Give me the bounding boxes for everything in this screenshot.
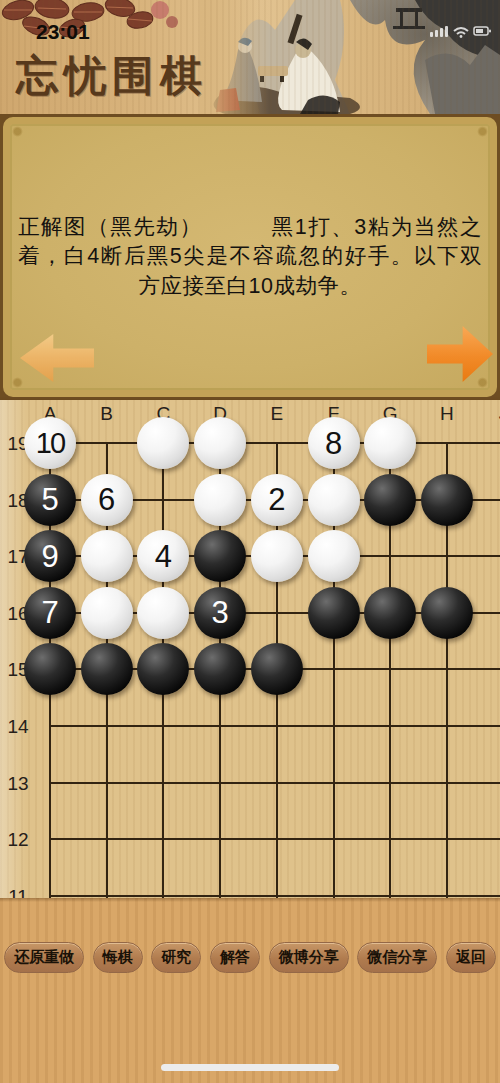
go-board[interactable]: ABCDEFGHJ1918171615141312111085629473 (0, 400, 500, 898)
stone-black-F16[interactable] (308, 587, 360, 639)
status-time: 23:01 (36, 20, 90, 44)
grid-line-horizontal (49, 895, 500, 897)
stone-move-number: 2 (268, 484, 285, 515)
toolbar: 还原重做悔棋研究解答微博分享微信分享返回 (0, 898, 500, 1083)
stone-white-B18[interactable]: 6 (81, 474, 133, 526)
stone-white-C19[interactable] (137, 417, 189, 469)
answer-button[interactable]: 解答 (210, 942, 260, 973)
board-column-label: H (432, 403, 462, 425)
solution-panel: 正解图（黑先劫） 黑1打、3粘为当然之着，白4断后黑5尖是不容疏忽的好手。以下双… (3, 117, 497, 397)
stone-white-F17[interactable] (308, 530, 360, 582)
board-row-label: 12 (0, 829, 36, 851)
board-row-label: 11 (0, 886, 36, 898)
panel-corner-ornament (477, 126, 488, 137)
next-arrow-icon[interactable] (427, 326, 493, 382)
stone-white-C17[interactable]: 4 (137, 530, 189, 582)
undo-button[interactable]: 悔棋 (93, 942, 143, 973)
stone-black-H16[interactable] (421, 587, 473, 639)
reset-redo-button[interactable]: 还原重做 (4, 942, 84, 973)
board-column-label: J (489, 403, 500, 425)
stone-white-G19[interactable] (364, 417, 416, 469)
stone-move-number: 10 (36, 429, 64, 458)
stone-black-D15[interactable] (194, 643, 246, 695)
solution-panel-frame: 正解图（黑先劫） 黑1打、3粘为当然之着，白4断后黑5尖是不容疏忽的好手。以下双… (0, 114, 500, 400)
status-icons (430, 24, 492, 38)
grid-line-horizontal (49, 838, 500, 840)
stone-black-A17[interactable]: 9 (24, 530, 76, 582)
board-column-label: B (92, 403, 122, 425)
board-column-label: E (262, 403, 292, 425)
panel-corner-ornament (477, 377, 488, 388)
stone-black-D16[interactable]: 3 (194, 587, 246, 639)
stone-white-A19[interactable]: 10 (24, 417, 76, 469)
stone-black-C15[interactable] (137, 643, 189, 695)
stone-black-A15[interactable] (24, 643, 76, 695)
board-row-label: 14 (0, 716, 36, 738)
stone-move-number: 9 (41, 541, 58, 572)
weibo-share-button[interactable]: 微博分享 (269, 942, 349, 973)
stone-black-D17[interactable] (194, 530, 246, 582)
stone-move-number: 3 (211, 597, 228, 628)
stone-white-D19[interactable] (194, 417, 246, 469)
stone-black-H18[interactable] (421, 474, 473, 526)
stone-white-D18[interactable] (194, 474, 246, 526)
app-title: 忘忧围棋 (16, 48, 208, 104)
stone-black-G16[interactable] (364, 587, 416, 639)
stone-white-B17[interactable] (81, 530, 133, 582)
home-indicator[interactable] (161, 1064, 339, 1071)
stone-move-number: 4 (155, 541, 172, 572)
stone-move-number: 6 (98, 484, 115, 515)
panel-corner-ornament (12, 377, 23, 388)
stone-black-E15[interactable] (251, 643, 303, 695)
grid-line-horizontal (49, 725, 500, 727)
solution-text: 正解图（黑先劫） 黑1打、3粘为当然之着，白4断后黑5尖是不容疏忽的好手。以下双… (18, 213, 482, 302)
grid-line-horizontal (49, 442, 500, 444)
stone-black-B15[interactable] (81, 643, 133, 695)
prev-arrow-icon[interactable] (20, 334, 94, 382)
stone-white-F19[interactable]: 8 (308, 417, 360, 469)
wechat-share-button[interactable]: 微信分享 (357, 942, 437, 973)
stone-move-number: 8 (325, 428, 342, 459)
stone-white-F18[interactable] (308, 474, 360, 526)
stone-move-number: 7 (41, 597, 58, 628)
header: 23:01 忘忧围棋 (0, 0, 500, 114)
stone-white-E17[interactable] (251, 530, 303, 582)
stone-black-G18[interactable] (364, 474, 416, 526)
panel-corner-ornament (12, 126, 23, 137)
stone-white-C16[interactable] (137, 587, 189, 639)
stone-white-B16[interactable] (81, 587, 133, 639)
toolbar-buttons: 还原重做悔棋研究解答微博分享微信分享返回 (4, 942, 496, 973)
stone-black-A16[interactable]: 7 (24, 587, 76, 639)
board-row-label: 13 (0, 773, 36, 795)
research-button[interactable]: 研究 (151, 942, 201, 973)
stone-move-number: 5 (41, 484, 58, 515)
grid-line-horizontal (49, 782, 500, 784)
app-screen: 23:01 忘忧围棋 正解图（黑先劫） 黑1打、3粘为当然之着，白4断后黑5尖是… (0, 0, 500, 1083)
stone-white-E18[interactable]: 2 (251, 474, 303, 526)
back-button[interactable]: 返回 (446, 942, 496, 973)
header-painting-ink-landscape (200, 0, 500, 114)
stone-black-A18[interactable]: 5 (24, 474, 76, 526)
